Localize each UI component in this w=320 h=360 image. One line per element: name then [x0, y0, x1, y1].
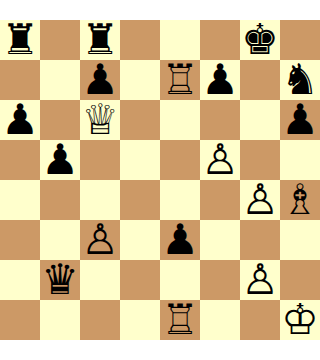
piece-white-pawn: ♙: [241, 260, 279, 300]
piece-white-pawn: ♙: [241, 180, 279, 220]
chess-puzzle-app: T1.2683 ♜♜♚♟♖♟♞♟♕♟♟♙♙♗♙♟♛♙♖♔ 1. ?: [0, 0, 320, 360]
piece-black-rook: ♜: [81, 20, 119, 60]
piece-white-queen: ♕: [81, 100, 119, 140]
square-d7[interactable]: [120, 60, 160, 100]
square-d2[interactable]: [120, 260, 160, 300]
square-b1[interactable]: [40, 300, 80, 340]
square-g7[interactable]: [240, 60, 280, 100]
square-g1[interactable]: [240, 300, 280, 340]
piece-black-pawn: ♟: [281, 100, 319, 140]
square-f8[interactable]: [200, 20, 240, 60]
piece-black-rook: ♜: [1, 20, 39, 60]
piece-white-king: ♔: [281, 300, 319, 340]
square-c4[interactable]: [80, 180, 120, 220]
square-c6[interactable]: ♕: [80, 100, 120, 140]
piece-black-pawn: ♟: [1, 100, 39, 140]
square-e5[interactable]: [160, 140, 200, 180]
square-e3[interactable]: ♟: [160, 220, 200, 260]
square-e2[interactable]: [160, 260, 200, 300]
square-d5[interactable]: [120, 140, 160, 180]
square-e6[interactable]: [160, 100, 200, 140]
square-b2[interactable]: ♛: [40, 260, 80, 300]
square-h7[interactable]: ♞: [280, 60, 320, 100]
piece-white-pawn: ♙: [201, 140, 239, 180]
piece-black-king: ♚: [241, 20, 279, 60]
square-a7[interactable]: [0, 60, 40, 100]
piece-white-rook: ♖: [161, 60, 199, 100]
piece-white-bishop: ♗: [281, 180, 319, 220]
square-b7[interactable]: [40, 60, 80, 100]
square-f5[interactable]: ♙: [200, 140, 240, 180]
square-f6[interactable]: [200, 100, 240, 140]
piece-black-pawn: ♟: [41, 140, 79, 180]
piece-white-rook: ♖: [161, 300, 199, 340]
square-c7[interactable]: ♟: [80, 60, 120, 100]
square-a2[interactable]: [0, 260, 40, 300]
chess-board: ♜♜♚♟♖♟♞♟♕♟♟♙♙♗♙♟♛♙♖♔: [0, 20, 320, 340]
square-f3[interactable]: [200, 220, 240, 260]
square-e7[interactable]: ♖: [160, 60, 200, 100]
move-prompt-bar: 1. ?: [0, 340, 320, 360]
square-b3[interactable]: [40, 220, 80, 260]
square-d1[interactable]: [120, 300, 160, 340]
square-f4[interactable]: [200, 180, 240, 220]
square-c8[interactable]: ♜: [80, 20, 120, 60]
piece-black-pawn: ♟: [81, 60, 119, 100]
square-g6[interactable]: [240, 100, 280, 140]
square-b8[interactable]: [40, 20, 80, 60]
square-h8[interactable]: [280, 20, 320, 60]
piece-black-pawn: ♟: [161, 220, 199, 260]
puzzle-header: T1.2683: [0, 0, 320, 20]
square-h2[interactable]: [280, 260, 320, 300]
square-a5[interactable]: [0, 140, 40, 180]
square-b6[interactable]: [40, 100, 80, 140]
square-g5[interactable]: [240, 140, 280, 180]
square-d6[interactable]: [120, 100, 160, 140]
square-c3[interactable]: ♙: [80, 220, 120, 260]
square-b4[interactable]: [40, 180, 80, 220]
square-e8[interactable]: [160, 20, 200, 60]
square-h4[interactable]: ♗: [280, 180, 320, 220]
square-f7[interactable]: ♟: [200, 60, 240, 100]
square-d3[interactable]: [120, 220, 160, 260]
square-h5[interactable]: [280, 140, 320, 180]
square-d8[interactable]: [120, 20, 160, 60]
piece-black-knight: ♞: [281, 60, 319, 100]
square-h3[interactable]: [280, 220, 320, 260]
square-g4[interactable]: ♙: [240, 180, 280, 220]
square-b5[interactable]: ♟: [40, 140, 80, 180]
square-h6[interactable]: ♟: [280, 100, 320, 140]
square-a4[interactable]: [0, 180, 40, 220]
square-a3[interactable]: [0, 220, 40, 260]
square-g3[interactable]: [240, 220, 280, 260]
square-c1[interactable]: [80, 300, 120, 340]
square-f1[interactable]: [200, 300, 240, 340]
square-g8[interactable]: ♚: [240, 20, 280, 60]
square-a8[interactable]: ♜: [0, 20, 40, 60]
piece-black-queen: ♛: [41, 260, 79, 300]
piece-black-pawn: ♟: [201, 60, 239, 100]
square-c5[interactable]: [80, 140, 120, 180]
square-d4[interactable]: [120, 180, 160, 220]
square-e4[interactable]: [160, 180, 200, 220]
square-e1[interactable]: ♖: [160, 300, 200, 340]
square-g2[interactable]: ♙: [240, 260, 280, 300]
square-c2[interactable]: [80, 260, 120, 300]
square-h1[interactable]: ♔: [280, 300, 320, 340]
square-a1[interactable]: [0, 300, 40, 340]
square-a6[interactable]: ♟: [0, 100, 40, 140]
square-f2[interactable]: [200, 260, 240, 300]
piece-white-pawn: ♙: [81, 220, 119, 260]
